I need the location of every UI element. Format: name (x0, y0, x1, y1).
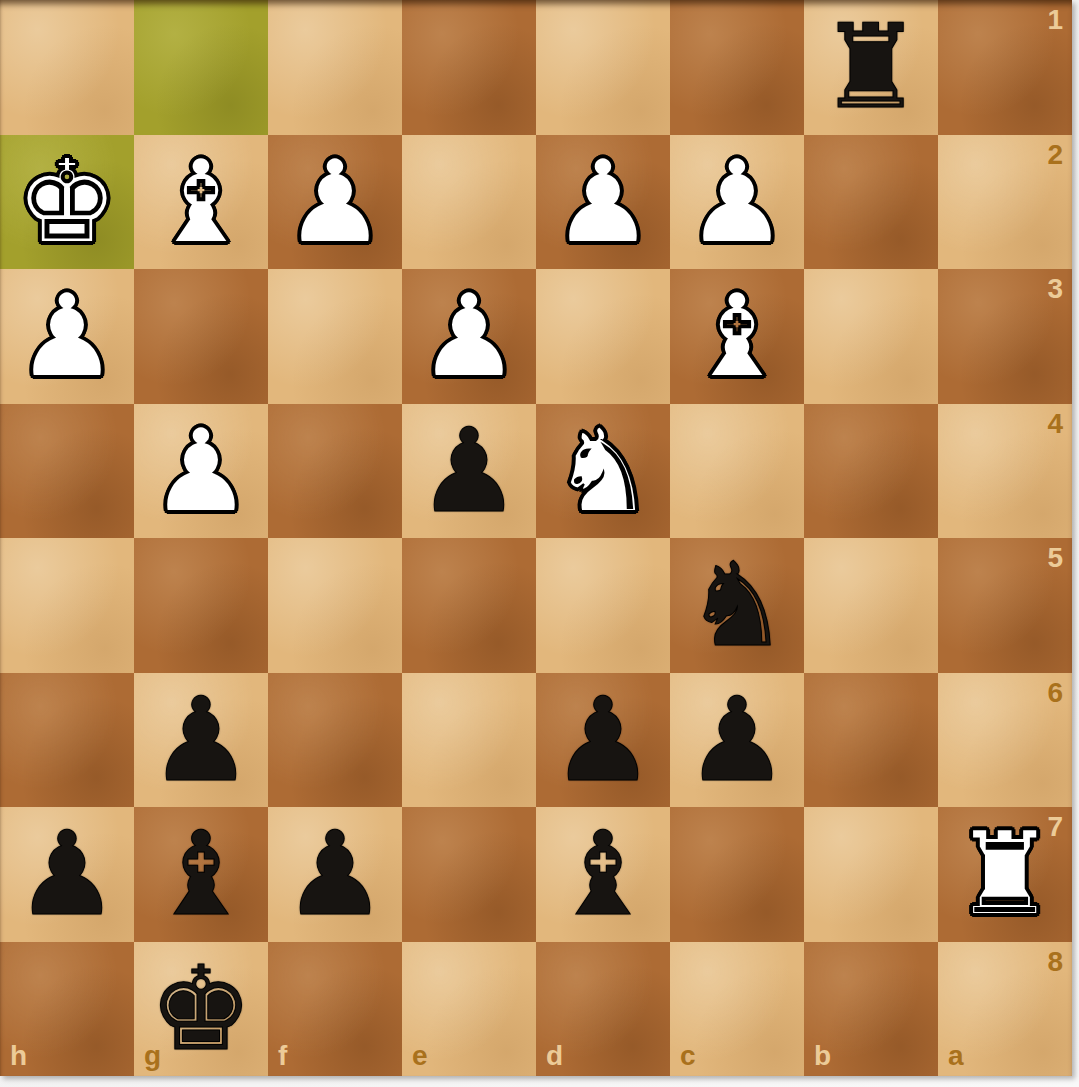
rank-label-4: 4 (1047, 410, 1063, 438)
square-d1[interactable] (536, 0, 670, 135)
square-a3[interactable]: 3 (938, 269, 1072, 404)
rank-label-3: 3 (1047, 275, 1063, 303)
square-a5[interactable]: 5 (938, 538, 1072, 673)
square-b6[interactable] (804, 673, 938, 808)
black-pawn[interactable]: ♟ (134, 673, 268, 808)
square-h6[interactable] (0, 673, 134, 808)
black-knight[interactable]: ♞ (670, 538, 804, 673)
square-f8[interactable]: f (268, 942, 402, 1077)
square-h3[interactable]: ♟ (0, 269, 134, 404)
square-d6[interactable]: ♟ (536, 673, 670, 808)
square-a1[interactable]: 1 (938, 0, 1072, 135)
square-h5[interactable] (0, 538, 134, 673)
square-c7[interactable] (670, 807, 804, 942)
square-b5[interactable] (804, 538, 938, 673)
square-c6[interactable]: ♟ (670, 673, 804, 808)
white-pawn[interactable]: ♟ (670, 135, 804, 270)
square-a6[interactable]: 6 (938, 673, 1072, 808)
square-a7[interactable]: ♜7 (938, 807, 1072, 942)
square-f3[interactable] (268, 269, 402, 404)
square-b4[interactable] (804, 404, 938, 539)
file-label-e: e (412, 1042, 428, 1070)
white-pawn[interactable]: ♟ (402, 269, 536, 404)
black-bishop[interactable]: ♝ (536, 807, 670, 942)
square-b1[interactable]: ♜ (804, 0, 938, 135)
file-label-h: h (10, 1042, 27, 1070)
black-pawn[interactable]: ♟ (536, 673, 670, 808)
square-c1[interactable] (670, 0, 804, 135)
square-a2[interactable]: 2 (938, 135, 1072, 270)
square-d5[interactable] (536, 538, 670, 673)
square-f4[interactable] (268, 404, 402, 539)
square-c8[interactable]: c (670, 942, 804, 1077)
square-h8[interactable]: h (0, 942, 134, 1077)
black-pawn[interactable]: ♟ (268, 807, 402, 942)
square-d4[interactable]: ♞ (536, 404, 670, 539)
square-d8[interactable]: d (536, 942, 670, 1077)
chess-board: ♜1♚♝♟♟♟2♟♟♝3♟♟♞4♞5♟♟♟6♟♝♟♝♜7h♚gfedcb8a (0, 0, 1072, 1076)
rank-label-8: 8 (1047, 948, 1063, 976)
square-a4[interactable]: 4 (938, 404, 1072, 539)
black-bishop[interactable]: ♝ (134, 807, 268, 942)
square-h4[interactable] (0, 404, 134, 539)
square-d2[interactable]: ♟ (536, 135, 670, 270)
black-king[interactable]: ♚ (134, 942, 268, 1077)
square-g2[interactable]: ♝ (134, 135, 268, 270)
square-b8[interactable]: b (804, 942, 938, 1077)
white-pawn[interactable]: ♟ (536, 135, 670, 270)
square-g5[interactable] (134, 538, 268, 673)
square-e6[interactable] (402, 673, 536, 808)
square-e3[interactable]: ♟ (402, 269, 536, 404)
square-e2[interactable] (402, 135, 536, 270)
square-e5[interactable] (402, 538, 536, 673)
square-e1[interactable] (402, 0, 536, 135)
file-label-c: c (680, 1042, 696, 1070)
rank-label-6: 6 (1047, 679, 1063, 707)
square-f7[interactable]: ♟ (268, 807, 402, 942)
rank-label-2: 2 (1047, 141, 1063, 169)
white-pawn[interactable]: ♟ (268, 135, 402, 270)
black-rook[interactable]: ♜ (804, 0, 938, 135)
square-c3[interactable]: ♝ (670, 269, 804, 404)
black-pawn[interactable]: ♟ (0, 807, 134, 942)
square-h1[interactable] (0, 0, 134, 135)
white-pawn[interactable]: ♟ (0, 269, 134, 404)
square-b3[interactable] (804, 269, 938, 404)
square-c5[interactable]: ♞ (670, 538, 804, 673)
rank-label-5: 5 (1047, 544, 1063, 572)
square-b2[interactable] (804, 135, 938, 270)
white-rook[interactable]: ♜ (938, 807, 1072, 942)
square-b7[interactable] (804, 807, 938, 942)
square-g8[interactable]: ♚g (134, 942, 268, 1077)
file-label-b: b (814, 1042, 831, 1070)
page: ♜1♚♝♟♟♟2♟♟♝3♟♟♞4♞5♟♟♟6♟♝♟♝♜7h♚gfedcb8a (0, 0, 1079, 1087)
square-h7[interactable]: ♟ (0, 807, 134, 942)
square-f6[interactable] (268, 673, 402, 808)
file-label-f: f (278, 1042, 287, 1070)
square-a8[interactable]: 8a (938, 942, 1072, 1077)
square-g1[interactable] (134, 0, 268, 135)
square-g3[interactable] (134, 269, 268, 404)
square-f2[interactable]: ♟ (268, 135, 402, 270)
file-label-a: a (948, 1042, 964, 1070)
square-f5[interactable] (268, 538, 402, 673)
square-c4[interactable] (670, 404, 804, 539)
square-g4[interactable]: ♟ (134, 404, 268, 539)
square-f1[interactable] (268, 0, 402, 135)
square-e7[interactable] (402, 807, 536, 942)
square-e4[interactable]: ♟ (402, 404, 536, 539)
white-king[interactable]: ♚ (0, 135, 134, 270)
square-d7[interactable]: ♝ (536, 807, 670, 942)
white-bishop[interactable]: ♝ (670, 269, 804, 404)
black-pawn[interactable]: ♟ (670, 673, 804, 808)
white-pawn[interactable]: ♟ (134, 404, 268, 539)
square-h2[interactable]: ♚ (0, 135, 134, 270)
square-g7[interactable]: ♝ (134, 807, 268, 942)
square-g6[interactable]: ♟ (134, 673, 268, 808)
file-label-d: d (546, 1042, 563, 1070)
square-c2[interactable]: ♟ (670, 135, 804, 270)
white-bishop[interactable]: ♝ (134, 135, 268, 270)
square-d3[interactable] (536, 269, 670, 404)
rank-label-1: 1 (1047, 6, 1063, 34)
square-e8[interactable]: e (402, 942, 536, 1077)
black-pawn[interactable]: ♟ (402, 404, 536, 539)
white-knight[interactable]: ♞ (536, 404, 670, 539)
